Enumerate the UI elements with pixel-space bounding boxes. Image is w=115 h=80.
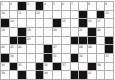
cell-r2c4[interactable] bbox=[27, 11, 35, 19]
cell-r7c12[interactable] bbox=[97, 54, 105, 62]
cell-r8c3[interactable]: 35 bbox=[18, 63, 26, 71]
cell-r8c6[interactable]: 36 bbox=[44, 63, 52, 71]
clue-number: 37 bbox=[62, 63, 66, 66]
clue-number: 23 bbox=[27, 37, 31, 40]
black-cell-r3c1 bbox=[1, 19, 9, 27]
cell-r4c7[interactable]: 20 bbox=[53, 28, 61, 36]
clue-number: 17 bbox=[97, 19, 101, 22]
clue-number: 4 bbox=[44, 2, 46, 5]
cell-r9c13[interactable] bbox=[105, 71, 113, 79]
black-cell-r3c7 bbox=[53, 19, 61, 27]
cell-r5c1[interactable] bbox=[1, 37, 9, 45]
black-cell-r9c3 bbox=[18, 71, 26, 79]
clue-number: 32 bbox=[79, 54, 83, 57]
clue-number: 15 bbox=[62, 19, 66, 22]
clue-number: 3 bbox=[27, 2, 29, 5]
black-cell-r3c10 bbox=[79, 19, 87, 27]
cell-r7c2[interactable]: 30 bbox=[10, 54, 18, 62]
cell-r6c1[interactable]: 24 bbox=[1, 45, 9, 53]
clue-number: 30 bbox=[10, 54, 14, 57]
clue-number: 27 bbox=[53, 45, 57, 48]
cell-r4c12[interactable]: 22 bbox=[97, 28, 105, 36]
black-cell-r8c5 bbox=[36, 63, 44, 71]
clue-number: 18 bbox=[1, 28, 5, 31]
cell-r2c3[interactable]: 11 bbox=[18, 11, 26, 19]
clue-number: 6 bbox=[62, 2, 64, 5]
black-cell-r9c9 bbox=[71, 71, 79, 79]
cell-r2c2[interactable] bbox=[10, 11, 18, 19]
clue-number: 19 bbox=[27, 28, 31, 31]
clue-number: 21 bbox=[79, 28, 83, 31]
clue-number: 40 bbox=[44, 71, 48, 74]
clue-number: 1 bbox=[1, 2, 3, 5]
cell-r8c4[interactable] bbox=[27, 63, 35, 71]
clue-number: 28 bbox=[79, 45, 83, 48]
cell-r6c5[interactable] bbox=[36, 45, 44, 53]
cell-r7c7[interactable]: 31 bbox=[53, 54, 61, 62]
cell-r1c1[interactable]: 1 bbox=[1, 2, 9, 10]
cell-r2c13[interactable]: 13 bbox=[105, 11, 113, 19]
cell-r2c9[interactable] bbox=[71, 11, 79, 19]
cell-r7c5[interactable] bbox=[36, 54, 44, 62]
cell-r7c11[interactable] bbox=[88, 54, 96, 62]
cell-r4c13[interactable] bbox=[105, 28, 113, 36]
cell-r8c13[interactable] bbox=[105, 63, 113, 71]
cell-r7c13[interactable]: 33 bbox=[105, 54, 113, 62]
clue-number: 35 bbox=[18, 63, 22, 66]
cell-r2c5[interactable]: 12 bbox=[36, 11, 44, 19]
cell-r1c8[interactable]: 6 bbox=[62, 2, 70, 10]
cell-r8c12[interactable]: 38 bbox=[97, 63, 105, 71]
black-cell-r6c13 bbox=[105, 45, 113, 53]
clue-number: 13 bbox=[105, 11, 109, 14]
clue-number: 9 bbox=[105, 2, 107, 5]
clue-number: 11 bbox=[18, 11, 22, 14]
cell-r3c11[interactable]: 16 bbox=[88, 19, 96, 27]
black-cell-r4c3 bbox=[18, 28, 26, 36]
cell-r3c9[interactable] bbox=[71, 19, 79, 27]
cell-r5c4[interactable]: 23 bbox=[27, 37, 35, 45]
black-cell-r5c2 bbox=[10, 37, 18, 45]
black-cell-r5c10 bbox=[79, 37, 87, 45]
clue-number: 8 bbox=[88, 2, 90, 5]
clue-number: 29 bbox=[88, 45, 92, 48]
black-cell-r1c5 bbox=[36, 2, 44, 10]
cell-r4c10[interactable]: 21 bbox=[79, 28, 87, 36]
cell-r5c7[interactable] bbox=[53, 37, 61, 45]
cell-r1c10[interactable] bbox=[79, 2, 87, 10]
black-cell-r8c11 bbox=[88, 63, 96, 71]
black-cell-r7c9 bbox=[71, 54, 79, 62]
cell-r1c12[interactable] bbox=[97, 2, 105, 10]
black-cell-r5c11 bbox=[88, 37, 96, 45]
cell-r6c8[interactable] bbox=[62, 45, 70, 53]
cell-r9c6[interactable]: 40 bbox=[44, 71, 52, 79]
cell-r4c8[interactable] bbox=[62, 28, 70, 36]
cell-r7c3[interactable] bbox=[18, 54, 26, 62]
cell-r6c12[interactable] bbox=[97, 45, 105, 53]
cell-r4c6[interactable] bbox=[44, 28, 52, 36]
clue-number: 31 bbox=[53, 54, 57, 57]
black-cell-r5c3 bbox=[18, 37, 26, 45]
cell-r7c4[interactable] bbox=[27, 54, 35, 62]
black-cell-r8c2 bbox=[10, 63, 18, 71]
cell-r2c8[interactable] bbox=[62, 11, 70, 19]
black-cell-r7c6 bbox=[44, 54, 52, 62]
cell-r4c5[interactable] bbox=[36, 28, 44, 36]
cell-r9c2[interactable] bbox=[10, 71, 18, 79]
clue-number: 33 bbox=[105, 54, 109, 57]
cell-r3c3[interactable] bbox=[18, 19, 26, 27]
cell-r8c1[interactable]: 34 bbox=[1, 63, 9, 71]
cell-r6c10[interactable]: 28 bbox=[79, 45, 87, 53]
cell-r1c9[interactable]: 7 bbox=[71, 2, 79, 10]
cell-r9c1[interactable]: 39 bbox=[1, 71, 9, 79]
black-cell-r6c6 bbox=[44, 45, 52, 53]
clue-number: 34 bbox=[1, 63, 5, 66]
cell-r4c9[interactable] bbox=[71, 28, 79, 36]
clue-number: 24 bbox=[1, 45, 5, 48]
cell-r5c6[interactable] bbox=[44, 37, 52, 45]
cell-r9c8[interactable] bbox=[62, 71, 70, 79]
cell-r3c4[interactable] bbox=[27, 19, 35, 27]
black-cell-r5c13 bbox=[105, 37, 113, 45]
cell-r9c12[interactable] bbox=[97, 71, 105, 79]
cell-r9c7[interactable] bbox=[53, 71, 61, 79]
cell-r1c6[interactable]: 4 bbox=[44, 2, 52, 10]
cell-r2c6[interactable] bbox=[44, 11, 52, 19]
black-cell-r9c10 bbox=[79, 71, 87, 79]
clue-number: 36 bbox=[44, 63, 48, 66]
clue-number: 5 bbox=[53, 2, 55, 5]
cell-r2c7[interactable] bbox=[53, 11, 61, 19]
crossword-puzzle: 1234567891011121314151617181920212223242… bbox=[0, 1, 114, 80]
clue-number: 16 bbox=[88, 19, 92, 22]
cell-r5c5[interactable] bbox=[36, 37, 44, 45]
cell-r3c6[interactable] bbox=[44, 19, 52, 27]
clue-number: 39 bbox=[1, 71, 5, 74]
black-cell-r2c10 bbox=[79, 11, 87, 19]
black-cell-r1c3 bbox=[18, 2, 26, 10]
cell-r1c7[interactable]: 5 bbox=[53, 2, 61, 10]
clue-number: 14 bbox=[10, 19, 14, 22]
clue-number: 22 bbox=[97, 28, 101, 31]
clue-number: 7 bbox=[71, 2, 73, 5]
cell-r1c13[interactable]: 9 bbox=[105, 2, 113, 10]
cell-r1c4[interactable]: 3 bbox=[27, 2, 35, 10]
clue-number: 10 bbox=[1, 11, 5, 14]
black-cell-r7c1 bbox=[1, 54, 9, 62]
cell-r3c8[interactable]: 15 bbox=[62, 19, 70, 27]
cell-r3c2[interactable]: 14 bbox=[10, 19, 18, 27]
cell-r3c5[interactable] bbox=[36, 19, 44, 27]
cell-r6c11[interactable]: 29 bbox=[88, 45, 96, 53]
cell-r6c2[interactable]: 25 bbox=[10, 45, 18, 53]
clue-number: 20 bbox=[53, 28, 57, 31]
clue-number: 26 bbox=[18, 45, 22, 48]
black-cell-r5c9 bbox=[71, 37, 79, 45]
cell-r4c1[interactable]: 18 bbox=[1, 28, 9, 36]
clue-number: 41 bbox=[88, 71, 92, 74]
cell-r3c13[interactable] bbox=[105, 19, 113, 27]
cell-r2c1[interactable]: 10 bbox=[1, 11, 9, 19]
cell-r8c8[interactable]: 37 bbox=[62, 63, 70, 71]
clue-number: 2 bbox=[10, 2, 12, 5]
cell-r6c3[interactable]: 26 bbox=[18, 45, 26, 53]
cell-r8c10[interactable] bbox=[79, 63, 87, 71]
cell-r2c11[interactable] bbox=[88, 11, 96, 19]
cell-r6c7[interactable]: 27 bbox=[53, 45, 61, 53]
cell-r5c8[interactable] bbox=[62, 37, 70, 45]
cell-r9c11[interactable]: 41 bbox=[88, 71, 96, 79]
cell-r4c4[interactable]: 19 bbox=[27, 28, 35, 36]
cell-r7c10[interactable]: 32 bbox=[79, 54, 87, 62]
cell-r3c12[interactable]: 17 bbox=[97, 19, 105, 27]
clue-number: 12 bbox=[36, 11, 40, 14]
black-cell-r2c12 bbox=[97, 11, 105, 19]
cell-r7c8[interactable] bbox=[62, 54, 70, 62]
clue-number: 25 bbox=[10, 45, 14, 48]
cell-r1c2[interactable]: 2 bbox=[10, 2, 18, 10]
cell-r5c12[interactable] bbox=[97, 37, 105, 45]
cell-r1c11[interactable]: 8 bbox=[88, 2, 96, 10]
clue-number: 38 bbox=[97, 63, 101, 66]
cell-r9c4[interactable] bbox=[27, 71, 35, 79]
cell-r6c4[interactable] bbox=[27, 45, 35, 53]
black-cell-r8c7 bbox=[53, 63, 61, 71]
black-cell-r9c5 bbox=[36, 71, 44, 79]
cell-r6c9[interactable] bbox=[71, 45, 79, 53]
cell-r4c2[interactable] bbox=[10, 28, 18, 36]
cell-r8c9[interactable] bbox=[71, 63, 79, 71]
black-cell-r4c11 bbox=[88, 28, 96, 36]
crossword-board: 1234567891011121314151617181920212223242… bbox=[0, 1, 114, 80]
